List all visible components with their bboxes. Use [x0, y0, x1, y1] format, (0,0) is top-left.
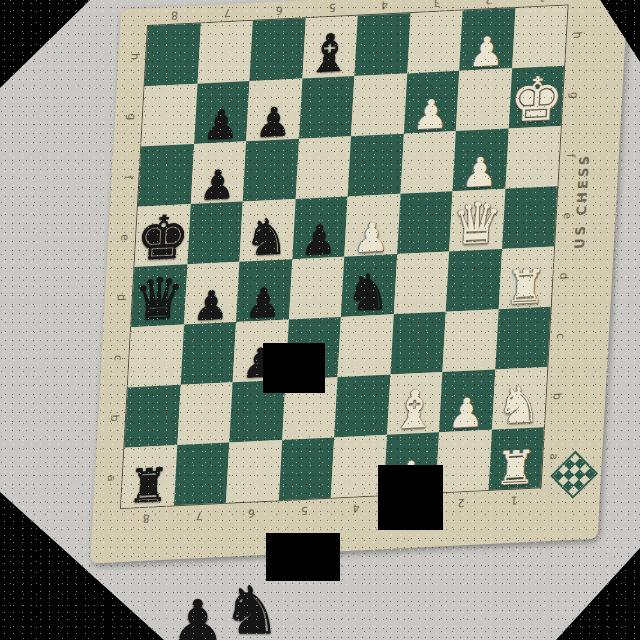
board-square: [348, 134, 404, 197]
board-square: ♜: [121, 445, 177, 508]
board-square: ♟: [246, 79, 302, 142]
rank-label: 2: [482, 0, 497, 7]
chess-board: ♝♟♟♟♟♚♟♟♚♞♟♟♛♛♟♟♞♜♟♝♟♞♜♟♜: [121, 5, 567, 507]
board-square: ♛: [449, 189, 505, 252]
board-square: ♟: [236, 259, 292, 322]
piece-black-king: ♚: [134, 206, 190, 269]
board-square: [177, 382, 233, 445]
board-square: [495, 307, 551, 370]
board-square: ♟: [194, 81, 250, 144]
board-square: [180, 322, 236, 385]
file-label: h: [127, 49, 142, 64]
rank-label: 6: [272, 2, 287, 17]
redaction-box: [266, 533, 340, 581]
board-square: [197, 21, 253, 84]
file-label: h: [569, 28, 584, 43]
piece-black-knight: ♞: [239, 211, 294, 264]
board-square: [243, 139, 299, 202]
piece-white-bishop: ♝: [387, 382, 442, 437]
board-square: [456, 68, 512, 131]
board-square: [288, 257, 344, 320]
board-square: ♛: [131, 264, 187, 327]
piece-white-pawn: ♟: [403, 93, 458, 136]
file-label: d: [113, 290, 128, 305]
board-square: ♟: [403, 71, 459, 134]
rank-label: 4: [377, 0, 392, 12]
redaction-box: [378, 465, 443, 530]
file-label: e: [117, 230, 132, 245]
piece-black-knight: ♞: [341, 266, 396, 319]
file-label: b: [107, 411, 122, 426]
board-square: ♚: [135, 204, 191, 267]
board-square: ♟: [459, 8, 515, 71]
board-square: [334, 375, 390, 438]
piece-white-knight: ♞: [491, 379, 546, 432]
file-label: f: [120, 170, 135, 185]
file-label: a: [546, 449, 561, 464]
board-square: ♝: [302, 16, 358, 79]
board-square: [299, 76, 355, 139]
rank-label: 6: [244, 505, 259, 520]
board-square: [124, 385, 180, 448]
rank-label: 3: [429, 0, 444, 9]
piece-black-pawn: ♟: [194, 103, 249, 146]
rank-label: 5: [324, 0, 339, 14]
board-square: [502, 186, 558, 249]
piece-black-bishop: ♝: [302, 26, 357, 81]
board-square: ♜: [498, 246, 554, 309]
file-label: f: [563, 148, 578, 163]
board-square: [400, 131, 456, 194]
board-square: [446, 249, 502, 312]
piece-black-pawn: ♟: [292, 219, 347, 262]
board-square: [436, 430, 492, 493]
board-square: ♚: [508, 66, 564, 129]
board-square: ♞: [341, 254, 397, 317]
board-square: [138, 144, 194, 207]
file-label: b: [549, 389, 564, 404]
board-square: ♟: [344, 194, 400, 257]
board-square: ♞: [239, 199, 295, 262]
board-square: [173, 443, 229, 506]
rank-label: 8: [139, 510, 154, 525]
board-square: ♜: [488, 427, 544, 490]
rank-label: 8: [167, 7, 182, 22]
piece-black-pawn: ♟: [246, 101, 301, 144]
piece-black-pawn: ♟: [190, 163, 245, 206]
captured-piece-black-knight: ♞: [222, 578, 281, 640]
file-label: g: [566, 88, 581, 103]
board-square: [442, 309, 498, 372]
board-square: [278, 437, 334, 500]
piece-white-rook: ♜: [498, 262, 553, 311]
chess-photo-canvas: ♝♟♟♟♟♚♟♟♚♞♟♟♛♛♟♟♞♜♟♝♟♞♜♟♜ 88776655443322…: [0, 0, 640, 640]
rank-label: 7: [220, 5, 235, 20]
board-square: [295, 136, 351, 199]
piece-white-pawn: ♟: [439, 392, 494, 435]
piece-white-pawn: ♟: [344, 216, 399, 259]
board-square: [512, 5, 568, 68]
rank-label: 7: [191, 508, 206, 523]
rank-label: 1: [534, 0, 549, 4]
file-label: d: [556, 269, 571, 284]
rank-label: 4: [349, 500, 364, 515]
board-square: ♟: [184, 262, 240, 325]
board-square: [338, 314, 394, 377]
rank-label: 5: [296, 503, 311, 518]
file-label: g: [124, 110, 139, 125]
redaction-box: [263, 343, 325, 393]
piece-black-pawn: ♟: [236, 281, 291, 324]
piece-black-pawn: ♟: [183, 284, 238, 327]
board-mat-wrap: ♝♟♟♟♟♚♟♟♚♞♟♟♛♛♟♟♞♜♟♝♟♞♜♟♜ 88776655443322…: [121, 5, 567, 507]
board-square: ♟: [453, 129, 509, 192]
board-square: [397, 191, 453, 254]
piece-white-pawn: ♟: [452, 151, 507, 194]
piece-white-queen: ♛: [449, 194, 505, 254]
board-square: [128, 325, 184, 388]
board-square: [351, 73, 407, 136]
board-square: [505, 126, 561, 189]
board-square: [250, 18, 306, 81]
board-square: ♞: [491, 367, 547, 430]
board-square: ♟: [190, 141, 246, 204]
piece-white-rook: ♜: [488, 443, 543, 492]
board-square: [187, 202, 243, 265]
board-square: [390, 312, 446, 375]
board-square: [226, 440, 282, 503]
piece-white-pawn: ♟: [459, 30, 514, 73]
board-square: [393, 252, 449, 315]
board-square: ♟: [439, 369, 495, 432]
board-square: ♝: [387, 372, 443, 435]
piece-black-queen: ♛: [131, 269, 187, 329]
board-square: ♟: [292, 196, 348, 259]
board-square: [145, 23, 201, 86]
file-label: c: [553, 329, 568, 344]
board-square: [141, 84, 197, 147]
board-square: [407, 11, 463, 74]
file-label: e: [559, 208, 574, 223]
file-label: c: [110, 351, 125, 366]
captured-piece-black-pawn: ♟: [170, 592, 226, 640]
file-label: a: [103, 471, 118, 486]
piece-black-rook: ♜: [121, 461, 176, 510]
piece-white-king: ♚: [508, 68, 564, 131]
board-square: [354, 13, 410, 76]
rank-label: 2: [454, 495, 469, 510]
rank-label: 1: [506, 492, 521, 507]
